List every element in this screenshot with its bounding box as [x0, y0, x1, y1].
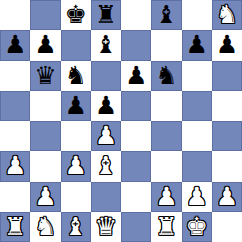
- black-bishop: ♝: [95, 30, 117, 60]
- white-pawn: ♟: [4, 151, 26, 181]
- white-pawn: ♟: [64, 151, 86, 181]
- square-b2[interactable]: ♟: [30, 182, 60, 212]
- square-c8[interactable]: ♚: [61, 0, 91, 30]
- square-g7[interactable]: ♟: [182, 30, 212, 60]
- square-e7[interactable]: [121, 30, 151, 60]
- square-a5[interactable]: [0, 91, 30, 121]
- square-c5[interactable]: ♟: [61, 91, 91, 121]
- white-pawn: ♟: [34, 182, 56, 212]
- white-pawn: ♟: [95, 121, 117, 151]
- white-knight: ♞: [34, 212, 56, 242]
- white-rook: ♜: [4, 212, 26, 242]
- black-rook: ♜: [95, 0, 117, 30]
- square-e6[interactable]: ♟: [121, 61, 151, 91]
- square-b1[interactable]: ♞: [30, 212, 60, 242]
- black-pawn: ♟: [125, 61, 147, 91]
- square-e2[interactable]: [121, 182, 151, 212]
- black-pawn: ♟: [95, 91, 117, 121]
- square-f7[interactable]: [151, 30, 181, 60]
- square-f6[interactable]: ♞: [151, 61, 181, 91]
- square-a3[interactable]: ♟: [0, 151, 30, 181]
- black-pawn: ♟: [34, 30, 56, 60]
- square-f4[interactable]: [151, 121, 181, 151]
- square-c7[interactable]: [61, 30, 91, 60]
- square-d8[interactable]: ♜: [91, 0, 121, 30]
- square-d4[interactable]: ♟: [91, 121, 121, 151]
- square-d2[interactable]: [91, 182, 121, 212]
- square-e1[interactable]: [121, 212, 151, 242]
- square-f8[interactable]: ♝: [151, 0, 181, 30]
- square-f5[interactable]: [151, 91, 181, 121]
- square-g3[interactable]: [182, 151, 212, 181]
- square-a4[interactable]: [0, 121, 30, 151]
- square-d7[interactable]: ♝: [91, 30, 121, 60]
- square-h7[interactable]: ♟: [212, 30, 242, 60]
- square-d3[interactable]: ♝: [91, 151, 121, 181]
- square-e3[interactable]: [121, 151, 151, 181]
- black-pawn: ♟: [4, 30, 26, 60]
- white-rook: ♜: [155, 212, 177, 242]
- square-a1[interactable]: ♜: [0, 212, 30, 242]
- square-f1[interactable]: ♜: [151, 212, 181, 242]
- square-h3[interactable]: [212, 151, 242, 181]
- black-pawn: ♟: [216, 30, 238, 60]
- square-e5[interactable]: [121, 91, 151, 121]
- square-b4[interactable]: [30, 121, 60, 151]
- square-c6[interactable]: ♞: [61, 61, 91, 91]
- square-g1[interactable]: ♚: [182, 212, 212, 242]
- square-b5[interactable]: [30, 91, 60, 121]
- white-pawn: ♟: [155, 182, 177, 212]
- white-pawn: ♟: [216, 182, 238, 212]
- square-g5[interactable]: [182, 91, 212, 121]
- square-b6[interactable]: ♛: [30, 61, 60, 91]
- square-h2[interactable]: ♟: [212, 182, 242, 212]
- square-b7[interactable]: ♟: [30, 30, 60, 60]
- square-b8[interactable]: [30, 0, 60, 30]
- black-knight: ♞: [64, 61, 86, 91]
- white-queen: ♛: [95, 212, 117, 242]
- white-knight: ♞: [216, 0, 238, 30]
- black-king: ♚: [64, 0, 86, 30]
- chess-board: ♚♜♝♞♟♟♝♟♟♛♞♟♞♟♟♟♟♟♝♟♟♟♟♜♞♝♛♜♚: [0, 0, 242, 242]
- white-king: ♚: [185, 212, 207, 242]
- square-e8[interactable]: [121, 0, 151, 30]
- square-f2[interactable]: ♟: [151, 182, 181, 212]
- chess-board-wrap: ♚♜♝♞♟♟♝♟♟♛♞♟♞♟♟♟♟♟♝♟♟♟♟♜♞♝♛♜♚: [0, 0, 242, 242]
- square-h1[interactable]: [212, 212, 242, 242]
- square-d5[interactable]: ♟: [91, 91, 121, 121]
- square-g4[interactable]: [182, 121, 212, 151]
- square-a2[interactable]: [0, 182, 30, 212]
- square-a8[interactable]: [0, 0, 30, 30]
- square-c1[interactable]: ♝: [61, 212, 91, 242]
- square-h6[interactable]: [212, 61, 242, 91]
- black-pawn: ♟: [185, 30, 207, 60]
- square-b3[interactable]: [30, 151, 60, 181]
- square-g6[interactable]: [182, 61, 212, 91]
- square-g8[interactable]: [182, 0, 212, 30]
- square-c3[interactable]: ♟: [61, 151, 91, 181]
- square-a7[interactable]: ♟: [0, 30, 30, 60]
- black-knight: ♞: [155, 61, 177, 91]
- square-a6[interactable]: [0, 61, 30, 91]
- square-c4[interactable]: [61, 121, 91, 151]
- square-f3[interactable]: [151, 151, 181, 181]
- square-h8[interactable]: ♞: [212, 0, 242, 30]
- white-bishop: ♝: [64, 212, 86, 242]
- square-e4[interactable]: [121, 121, 151, 151]
- square-d6[interactable]: [91, 61, 121, 91]
- square-h4[interactable]: [212, 121, 242, 151]
- square-h5[interactable]: [212, 91, 242, 121]
- black-pawn: ♟: [64, 91, 86, 121]
- square-g2[interactable]: ♟: [182, 182, 212, 212]
- black-bishop: ♝: [155, 0, 177, 30]
- white-bishop: ♝: [95, 151, 117, 181]
- square-c2[interactable]: [61, 182, 91, 212]
- black-queen: ♛: [34, 61, 56, 91]
- square-d1[interactable]: ♛: [91, 212, 121, 242]
- white-pawn: ♟: [185, 182, 207, 212]
